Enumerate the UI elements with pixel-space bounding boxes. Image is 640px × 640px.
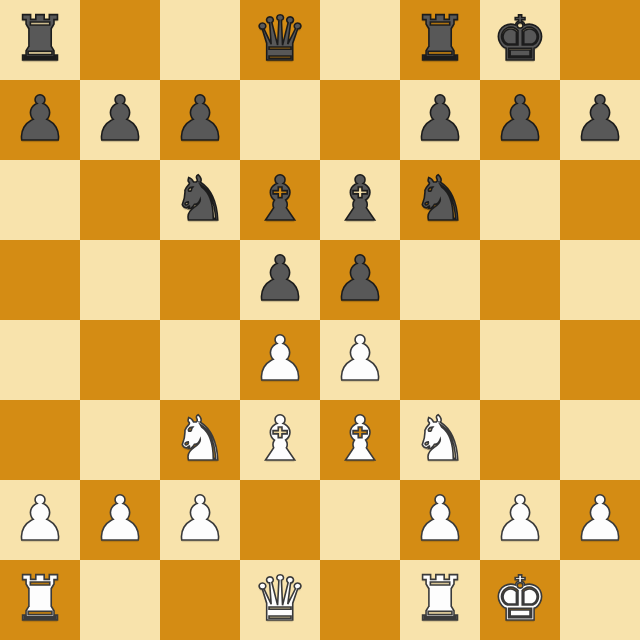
square-d2[interactable] <box>240 480 320 560</box>
square-h1[interactable] <box>560 560 640 640</box>
piece-white-knight[interactable]: ♞ <box>400 400 480 480</box>
square-f6[interactable]: ♞ <box>400 160 480 240</box>
square-a1[interactable]: ♜ <box>0 560 80 640</box>
square-h4[interactable] <box>560 320 640 400</box>
square-g7[interactable]: ♟ <box>480 80 560 160</box>
square-f2[interactable]: ♟ <box>400 480 480 560</box>
square-d5[interactable]: ♟ <box>240 240 320 320</box>
square-g2[interactable]: ♟ <box>480 480 560 560</box>
chess-board: ♜♛♜♚♟♟♟♟♟♟♞♝♝♞♟♟♟♟♞♝♝♞♟♟♟♟♟♟♜♛♜♚ <box>0 0 640 640</box>
square-b1[interactable] <box>80 560 160 640</box>
piece-black-pawn[interactable]: ♟ <box>560 80 640 160</box>
piece-black-pawn[interactable]: ♟ <box>480 80 560 160</box>
piece-white-king[interactable]: ♚ <box>480 560 560 640</box>
square-b5[interactable] <box>80 240 160 320</box>
square-b6[interactable] <box>80 160 160 240</box>
piece-black-pawn[interactable]: ♟ <box>80 80 160 160</box>
piece-white-rook[interactable]: ♜ <box>400 560 480 640</box>
piece-black-pawn[interactable]: ♟ <box>240 240 320 320</box>
square-c8[interactable] <box>160 0 240 80</box>
piece-white-pawn[interactable]: ♟ <box>240 320 320 400</box>
piece-black-king[interactable]: ♚ <box>480 0 560 80</box>
square-f4[interactable] <box>400 320 480 400</box>
square-g1[interactable]: ♚ <box>480 560 560 640</box>
square-h5[interactable] <box>560 240 640 320</box>
square-c3[interactable]: ♞ <box>160 400 240 480</box>
square-h7[interactable]: ♟ <box>560 80 640 160</box>
square-a6[interactable] <box>0 160 80 240</box>
square-f5[interactable] <box>400 240 480 320</box>
square-b3[interactable] <box>80 400 160 480</box>
square-f1[interactable]: ♜ <box>400 560 480 640</box>
square-e1[interactable] <box>320 560 400 640</box>
piece-black-rook[interactable]: ♜ <box>400 0 480 80</box>
square-a8[interactable]: ♜ <box>0 0 80 80</box>
square-a7[interactable]: ♟ <box>0 80 80 160</box>
piece-white-pawn[interactable]: ♟ <box>160 480 240 560</box>
piece-white-pawn[interactable]: ♟ <box>80 480 160 560</box>
piece-white-bishop[interactable]: ♝ <box>320 400 400 480</box>
square-c7[interactable]: ♟ <box>160 80 240 160</box>
square-e7[interactable] <box>320 80 400 160</box>
square-d8[interactable]: ♛ <box>240 0 320 80</box>
square-c2[interactable]: ♟ <box>160 480 240 560</box>
square-f8[interactable]: ♜ <box>400 0 480 80</box>
square-c6[interactable]: ♞ <box>160 160 240 240</box>
square-b8[interactable] <box>80 0 160 80</box>
square-f7[interactable]: ♟ <box>400 80 480 160</box>
piece-white-pawn[interactable]: ♟ <box>320 320 400 400</box>
piece-white-queen[interactable]: ♛ <box>240 560 320 640</box>
square-a3[interactable] <box>0 400 80 480</box>
square-d6[interactable]: ♝ <box>240 160 320 240</box>
piece-black-pawn[interactable]: ♟ <box>320 240 400 320</box>
square-b2[interactable]: ♟ <box>80 480 160 560</box>
piece-black-knight[interactable]: ♞ <box>400 160 480 240</box>
piece-white-knight[interactable]: ♞ <box>160 400 240 480</box>
square-h2[interactable]: ♟ <box>560 480 640 560</box>
piece-white-pawn[interactable]: ♟ <box>400 480 480 560</box>
square-b7[interactable]: ♟ <box>80 80 160 160</box>
square-g8[interactable]: ♚ <box>480 0 560 80</box>
square-c5[interactable] <box>160 240 240 320</box>
piece-black-knight[interactable]: ♞ <box>160 160 240 240</box>
square-g6[interactable] <box>480 160 560 240</box>
square-b4[interactable] <box>80 320 160 400</box>
piece-white-bishop[interactable]: ♝ <box>240 400 320 480</box>
square-e5[interactable]: ♟ <box>320 240 400 320</box>
piece-black-pawn[interactable]: ♟ <box>0 80 80 160</box>
square-e4[interactable]: ♟ <box>320 320 400 400</box>
square-h3[interactable] <box>560 400 640 480</box>
piece-white-pawn[interactable]: ♟ <box>0 480 80 560</box>
piece-black-pawn[interactable]: ♟ <box>400 80 480 160</box>
square-e3[interactable]: ♝ <box>320 400 400 480</box>
square-h8[interactable] <box>560 0 640 80</box>
square-g4[interactable] <box>480 320 560 400</box>
piece-black-bishop[interactable]: ♝ <box>320 160 400 240</box>
square-c1[interactable] <box>160 560 240 640</box>
square-a5[interactable] <box>0 240 80 320</box>
square-d1[interactable]: ♛ <box>240 560 320 640</box>
square-e8[interactable] <box>320 0 400 80</box>
square-e2[interactable] <box>320 480 400 560</box>
piece-black-bishop[interactable]: ♝ <box>240 160 320 240</box>
piece-black-rook[interactable]: ♜ <box>0 0 80 80</box>
square-g3[interactable] <box>480 400 560 480</box>
square-f3[interactable]: ♞ <box>400 400 480 480</box>
piece-white-rook[interactable]: ♜ <box>0 560 80 640</box>
square-g5[interactable] <box>480 240 560 320</box>
square-e6[interactable]: ♝ <box>320 160 400 240</box>
square-a2[interactable]: ♟ <box>0 480 80 560</box>
piece-black-pawn[interactable]: ♟ <box>160 80 240 160</box>
square-h6[interactable] <box>560 160 640 240</box>
piece-black-queen[interactable]: ♛ <box>240 0 320 80</box>
square-d4[interactable]: ♟ <box>240 320 320 400</box>
piece-white-pawn[interactable]: ♟ <box>560 480 640 560</box>
square-a4[interactable] <box>0 320 80 400</box>
square-c4[interactable] <box>160 320 240 400</box>
square-d7[interactable] <box>240 80 320 160</box>
square-d3[interactable]: ♝ <box>240 400 320 480</box>
piece-white-pawn[interactable]: ♟ <box>480 480 560 560</box>
